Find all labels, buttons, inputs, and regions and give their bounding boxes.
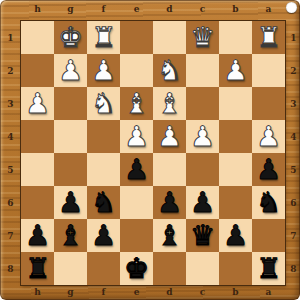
square-d3[interactable]: ♝ bbox=[153, 87, 186, 120]
white-bishop[interactable]: ♝ bbox=[124, 87, 149, 120]
square-d8[interactable] bbox=[153, 252, 186, 285]
white-pawn[interactable]: ♟ bbox=[256, 120, 281, 153]
square-f4[interactable] bbox=[87, 120, 120, 153]
file-label-bottom-b: b bbox=[219, 287, 252, 300]
square-d7[interactable]: ♝ bbox=[153, 219, 186, 252]
square-c8[interactable] bbox=[186, 252, 219, 285]
square-c4[interactable]: ♟ bbox=[186, 120, 219, 153]
black-pawn[interactable]: ♟ bbox=[91, 219, 116, 252]
file-label-top-d: d bbox=[153, 4, 186, 17]
file-label-top-f: f bbox=[87, 4, 120, 17]
square-a4[interactable]: ♟ bbox=[252, 120, 285, 153]
white-rook[interactable]: ♜ bbox=[256, 21, 281, 54]
square-d6[interactable]: ♟ bbox=[153, 186, 186, 219]
white-queen[interactable]: ♛ bbox=[190, 21, 215, 54]
chess-board: ♚♜♛♜♟♟♞♟♟♞♝♝♟♟♟♟♟♟♟♞♟♟♞♟♝♟♝♛♟♜♚♜ bbox=[21, 21, 285, 285]
white-pawn[interactable]: ♟ bbox=[190, 120, 215, 153]
file-label-bottom-a: a bbox=[252, 287, 285, 300]
square-f2[interactable]: ♟ bbox=[87, 54, 120, 87]
file-label-bottom-h: h bbox=[21, 287, 54, 300]
file-labels-top: hgfedcba bbox=[21, 4, 285, 17]
rank-label-left-7: 7 bbox=[4, 219, 17, 252]
black-knight[interactable]: ♞ bbox=[91, 186, 116, 219]
black-pawn[interactable]: ♟ bbox=[190, 186, 215, 219]
file-label-bottom-c: c bbox=[186, 287, 219, 300]
square-a6[interactable]: ♞ bbox=[252, 186, 285, 219]
rank-labels-left: 12345678 bbox=[4, 21, 17, 285]
square-h1[interactable] bbox=[21, 21, 54, 54]
square-h5[interactable] bbox=[21, 153, 54, 186]
square-h2[interactable] bbox=[21, 54, 54, 87]
black-pawn[interactable]: ♟ bbox=[58, 186, 83, 219]
square-f5[interactable] bbox=[87, 153, 120, 186]
white-pawn[interactable]: ♟ bbox=[91, 54, 116, 87]
black-queen[interactable]: ♛ bbox=[190, 219, 215, 252]
square-g2[interactable]: ♟ bbox=[54, 54, 87, 87]
rank-label-left-2: 2 bbox=[4, 54, 17, 87]
square-g7[interactable]: ♝ bbox=[54, 219, 87, 252]
square-f8[interactable] bbox=[87, 252, 120, 285]
black-rook[interactable]: ♜ bbox=[256, 252, 281, 285]
square-e6[interactable] bbox=[120, 186, 153, 219]
square-c6[interactable]: ♟ bbox=[186, 186, 219, 219]
black-bishop[interactable]: ♝ bbox=[58, 219, 83, 252]
file-label-top-h: h bbox=[21, 4, 54, 17]
file-labels-bottom: hgfedcba bbox=[21, 287, 285, 300]
black-pawn[interactable]: ♟ bbox=[157, 186, 182, 219]
file-label-top-b: b bbox=[219, 4, 252, 17]
black-rook[interactable]: ♜ bbox=[25, 252, 50, 285]
square-g4[interactable] bbox=[54, 120, 87, 153]
rank-label-right-7: 7 bbox=[287, 219, 300, 252]
white-pawn[interactable]: ♟ bbox=[223, 54, 248, 87]
rank-label-left-8: 8 bbox=[4, 252, 17, 285]
square-e7[interactable] bbox=[120, 219, 153, 252]
black-knight[interactable]: ♞ bbox=[256, 186, 281, 219]
white-knight[interactable]: ♞ bbox=[157, 54, 182, 87]
square-e8[interactable]: ♚ bbox=[120, 252, 153, 285]
rank-label-left-5: 5 bbox=[4, 153, 17, 186]
rank-label-right-3: 3 bbox=[287, 87, 300, 120]
square-b5[interactable] bbox=[219, 153, 252, 186]
square-h7[interactable]: ♟ bbox=[21, 219, 54, 252]
square-b4[interactable] bbox=[219, 120, 252, 153]
file-label-top-e: e bbox=[120, 4, 153, 17]
square-e2[interactable] bbox=[120, 54, 153, 87]
file-label-bottom-e: e bbox=[120, 287, 153, 300]
square-b7[interactable]: ♟ bbox=[219, 219, 252, 252]
file-label-top-a: a bbox=[252, 4, 285, 17]
square-c5[interactable] bbox=[186, 153, 219, 186]
square-f7[interactable]: ♟ bbox=[87, 219, 120, 252]
rank-label-left-3: 3 bbox=[4, 87, 17, 120]
square-e5[interactable]: ♟ bbox=[120, 153, 153, 186]
square-f1[interactable]: ♜ bbox=[87, 21, 120, 54]
square-g8[interactable] bbox=[54, 252, 87, 285]
rank-label-left-1: 1 bbox=[4, 21, 17, 54]
square-a8[interactable]: ♜ bbox=[252, 252, 285, 285]
square-a1[interactable]: ♜ bbox=[252, 21, 285, 54]
rank-label-left-6: 6 bbox=[4, 186, 17, 219]
white-pawn[interactable]: ♟ bbox=[157, 120, 182, 153]
file-label-bottom-g: g bbox=[54, 287, 87, 300]
square-f6[interactable]: ♞ bbox=[87, 186, 120, 219]
square-g1[interactable]: ♚ bbox=[54, 21, 87, 54]
square-f3[interactable]: ♞ bbox=[87, 87, 120, 120]
square-c7[interactable]: ♛ bbox=[186, 219, 219, 252]
white-pawn[interactable]: ♟ bbox=[124, 120, 149, 153]
square-d2[interactable]: ♞ bbox=[153, 54, 186, 87]
square-h8[interactable]: ♜ bbox=[21, 252, 54, 285]
square-g6[interactable]: ♟ bbox=[54, 186, 87, 219]
square-e4[interactable]: ♟ bbox=[120, 120, 153, 153]
black-pawn[interactable]: ♟ bbox=[124, 153, 149, 186]
square-c3[interactable] bbox=[186, 87, 219, 120]
black-bishop[interactable]: ♝ bbox=[157, 219, 182, 252]
square-d5[interactable] bbox=[153, 153, 186, 186]
white-rook[interactable]: ♜ bbox=[91, 21, 116, 54]
rank-labels-right: 12345678 bbox=[287, 21, 300, 285]
white-bishop[interactable]: ♝ bbox=[157, 87, 182, 120]
square-a7[interactable] bbox=[252, 219, 285, 252]
white-king[interactable]: ♚ bbox=[58, 21, 83, 54]
square-b2[interactable]: ♟ bbox=[219, 54, 252, 87]
square-a3[interactable] bbox=[252, 87, 285, 120]
square-b3[interactable] bbox=[219, 87, 252, 120]
square-a5[interactable]: ♟ bbox=[252, 153, 285, 186]
rank-label-right-5: 5 bbox=[287, 153, 300, 186]
file-label-bottom-f: f bbox=[87, 287, 120, 300]
square-b8[interactable] bbox=[219, 252, 252, 285]
rank-label-right-2: 2 bbox=[287, 54, 300, 87]
white-knight[interactable]: ♞ bbox=[91, 87, 116, 120]
rank-label-right-8: 8 bbox=[287, 252, 300, 285]
file-label-top-c: c bbox=[186, 4, 219, 17]
rank-label-right-1: 1 bbox=[287, 21, 300, 54]
square-h6[interactable] bbox=[21, 186, 54, 219]
white-to-move-indicator bbox=[286, 2, 297, 13]
square-g5[interactable] bbox=[54, 153, 87, 186]
square-h4[interactable] bbox=[21, 120, 54, 153]
square-c1[interactable]: ♛ bbox=[186, 21, 219, 54]
rank-label-right-4: 4 bbox=[287, 120, 300, 153]
square-d1[interactable] bbox=[153, 21, 186, 54]
square-c2[interactable] bbox=[186, 54, 219, 87]
square-b1[interactable] bbox=[219, 21, 252, 54]
square-h3[interactable]: ♟ bbox=[21, 87, 54, 120]
white-pawn[interactable]: ♟ bbox=[58, 54, 83, 87]
black-king[interactable]: ♚ bbox=[124, 252, 149, 285]
file-label-bottom-d: d bbox=[153, 287, 186, 300]
square-a2[interactable] bbox=[252, 54, 285, 87]
chess-board-frame: hgfedcba 12345678 ♚♜♛♜♟♟♞♟♟♞♝♝♟♟♟♟♟♟♟♞♟♟… bbox=[0, 0, 300, 300]
black-pawn[interactable]: ♟ bbox=[25, 219, 50, 252]
square-b6[interactable] bbox=[219, 186, 252, 219]
white-pawn[interactable]: ♟ bbox=[25, 87, 50, 120]
rank-label-left-4: 4 bbox=[4, 120, 17, 153]
black-pawn[interactable]: ♟ bbox=[256, 153, 281, 186]
black-pawn[interactable]: ♟ bbox=[223, 219, 248, 252]
rank-label-right-6: 6 bbox=[287, 186, 300, 219]
square-e3[interactable]: ♝ bbox=[120, 87, 153, 120]
square-g3[interactable] bbox=[54, 87, 87, 120]
square-d4[interactable]: ♟ bbox=[153, 120, 186, 153]
square-e1[interactable] bbox=[120, 21, 153, 54]
file-label-top-g: g bbox=[54, 4, 87, 17]
